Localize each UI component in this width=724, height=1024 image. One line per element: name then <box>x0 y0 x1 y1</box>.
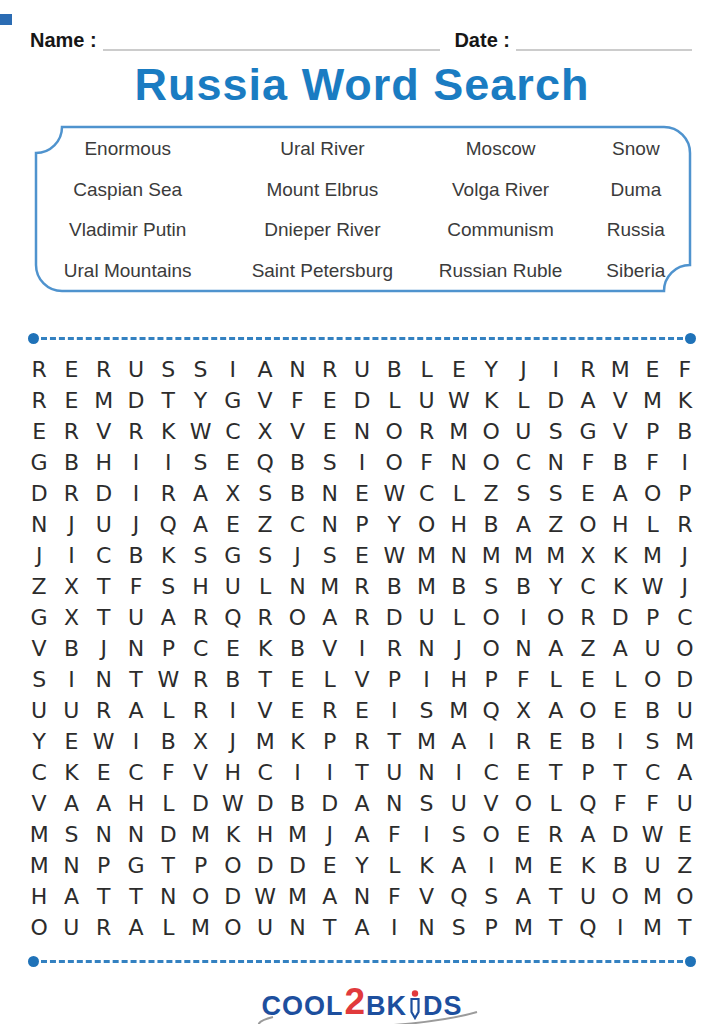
grid-cell[interactable]: I <box>410 664 442 695</box>
grid-cell[interactable]: R <box>346 602 378 633</box>
grid-cell[interactable]: A <box>314 602 346 633</box>
grid-cell[interactable]: Q <box>572 788 604 819</box>
grid-cell[interactable]: Q <box>249 447 281 478</box>
grid-cell[interactable]: V <box>604 385 636 416</box>
grid-cell[interactable]: I <box>346 447 378 478</box>
grid-cell[interactable]: C <box>669 602 701 633</box>
grid-cell[interactable]: K <box>249 633 281 664</box>
grid-cell[interactable]: L <box>540 788 572 819</box>
grid-cell[interactable]: F <box>378 819 410 850</box>
grid-cell[interactable]: R <box>23 385 55 416</box>
grid-cell[interactable]: B <box>636 695 668 726</box>
grid-cell[interactable]: R <box>346 726 378 757</box>
grid-cell[interactable]: B <box>604 447 636 478</box>
grid-cell[interactable]: K <box>669 385 701 416</box>
grid-cell[interactable]: S <box>152 354 184 385</box>
grid-cell[interactable]: Y <box>184 385 216 416</box>
grid-cell[interactable]: W <box>249 881 281 912</box>
grid-cell[interactable]: R <box>249 602 281 633</box>
grid-cell[interactable]: P <box>184 850 216 881</box>
grid-cell[interactable]: Q <box>217 602 249 633</box>
grid-cell[interactable]: J <box>120 509 152 540</box>
grid-cell[interactable]: J <box>443 633 475 664</box>
grid-cell[interactable]: P <box>475 664 507 695</box>
grid-cell[interactable]: O <box>217 912 249 943</box>
grid-cell[interactable]: S <box>540 478 572 509</box>
grid-cell[interactable]: T <box>120 881 152 912</box>
grid-cell[interactable]: F <box>572 447 604 478</box>
grid-cell[interactable]: A <box>184 478 216 509</box>
grid-cell[interactable]: F <box>378 881 410 912</box>
grid-cell[interactable]: D <box>249 788 281 819</box>
grid-cell[interactable]: U <box>346 354 378 385</box>
grid-cell[interactable]: U <box>55 695 87 726</box>
grid-cell[interactable]: I <box>604 912 636 943</box>
grid-cell[interactable]: H <box>120 788 152 819</box>
grid-cell[interactable]: Q <box>475 695 507 726</box>
grid-cell[interactable]: J <box>23 540 55 571</box>
grid-cell[interactable]: R <box>23 354 55 385</box>
grid-cell[interactable]: S <box>410 788 442 819</box>
grid-cell[interactable]: Q <box>443 881 475 912</box>
grid-cell[interactable]: Q <box>152 509 184 540</box>
grid-cell[interactable]: L <box>443 602 475 633</box>
grid-cell[interactable]: A <box>346 819 378 850</box>
grid-cell[interactable]: B <box>152 726 184 757</box>
grid-cell[interactable]: N <box>55 850 87 881</box>
grid-cell[interactable]: O <box>475 416 507 447</box>
grid-cell[interactable]: Q <box>572 912 604 943</box>
grid-cell[interactable]: S <box>410 695 442 726</box>
grid-cell[interactable]: D <box>281 850 313 881</box>
grid-cell[interactable]: H <box>604 509 636 540</box>
grid-cell[interactable]: Z <box>23 571 55 602</box>
grid-cell[interactable]: R <box>55 478 87 509</box>
grid-cell[interactable]: S <box>184 447 216 478</box>
grid-cell[interactable]: A <box>669 757 701 788</box>
grid-cell[interactable]: V <box>184 757 216 788</box>
grid-cell[interactable]: C <box>120 757 152 788</box>
grid-cell[interactable]: N <box>281 354 313 385</box>
grid-cell[interactable]: S <box>475 571 507 602</box>
grid-cell[interactable]: N <box>346 881 378 912</box>
grid-cell[interactable]: A <box>507 509 539 540</box>
grid-cell[interactable]: L <box>152 695 184 726</box>
grid-cell[interactable]: F <box>636 447 668 478</box>
grid-cell[interactable]: M <box>443 695 475 726</box>
grid-cell[interactable]: X <box>55 571 87 602</box>
grid-cell[interactable]: V <box>23 788 55 819</box>
grid-cell[interactable]: V <box>88 416 120 447</box>
grid-cell[interactable]: H <box>23 881 55 912</box>
grid-cell[interactable]: E <box>540 850 572 881</box>
grid-cell[interactable]: C <box>217 416 249 447</box>
grid-cell[interactable]: E <box>669 819 701 850</box>
grid-cell[interactable]: B <box>217 664 249 695</box>
grid-cell[interactable]: D <box>604 602 636 633</box>
grid-cell[interactable]: S <box>314 540 346 571</box>
grid-cell[interactable]: D <box>669 664 701 695</box>
grid-cell[interactable]: B <box>281 633 313 664</box>
grid-cell[interactable]: B <box>604 850 636 881</box>
grid-cell[interactable]: K <box>572 850 604 881</box>
grid-cell[interactable]: I <box>507 602 539 633</box>
grid-cell[interactable]: D <box>88 478 120 509</box>
grid-cell[interactable]: M <box>540 540 572 571</box>
grid-cell[interactable]: J <box>88 633 120 664</box>
grid-cell[interactable]: I <box>217 695 249 726</box>
grid-cell[interactable]: Z <box>572 633 604 664</box>
grid-cell[interactable]: R <box>184 695 216 726</box>
grid-cell[interactable]: O <box>281 602 313 633</box>
grid-cell[interactable]: M <box>410 571 442 602</box>
grid-cell[interactable]: A <box>88 788 120 819</box>
grid-cell[interactable]: E <box>507 819 539 850</box>
grid-cell[interactable]: E <box>55 385 87 416</box>
grid-cell[interactable]: S <box>23 664 55 695</box>
grid-cell[interactable]: U <box>378 757 410 788</box>
grid-cell[interactable]: E <box>314 416 346 447</box>
grid-cell[interactable]: N <box>23 509 55 540</box>
grid-cell[interactable]: F <box>410 447 442 478</box>
grid-cell[interactable]: K <box>281 726 313 757</box>
grid-cell[interactable]: I <box>217 354 249 385</box>
grid-cell[interactable]: R <box>378 633 410 664</box>
grid-cell[interactable]: O <box>669 633 701 664</box>
grid-cell[interactable]: C <box>184 633 216 664</box>
grid-cell[interactable]: O <box>475 602 507 633</box>
grid-cell[interactable]: G <box>23 447 55 478</box>
grid-cell[interactable]: R <box>184 664 216 695</box>
grid-cell[interactable]: M <box>23 819 55 850</box>
grid-cell[interactable]: P <box>152 633 184 664</box>
grid-cell[interactable]: A <box>604 478 636 509</box>
grid-cell[interactable]: K <box>152 540 184 571</box>
grid-cell[interactable]: U <box>249 912 281 943</box>
grid-cell[interactable]: R <box>184 602 216 633</box>
grid-cell[interactable]: D <box>184 788 216 819</box>
grid-cell[interactable]: P <box>669 478 701 509</box>
grid-cell[interactable]: I <box>346 633 378 664</box>
grid-cell[interactable]: J <box>507 354 539 385</box>
grid-cell[interactable]: O <box>636 478 668 509</box>
grid-cell[interactable]: B <box>507 571 539 602</box>
grid-cell[interactable]: F <box>507 664 539 695</box>
grid-cell[interactable]: I <box>281 757 313 788</box>
grid-cell[interactable]: L <box>507 385 539 416</box>
grid-cell[interactable]: E <box>88 757 120 788</box>
grid-cell[interactable]: N <box>314 509 346 540</box>
grid-cell[interactable]: E <box>55 354 87 385</box>
grid-cell[interactable]: W <box>217 788 249 819</box>
grid-cell[interactable]: R <box>410 416 442 447</box>
grid-cell[interactable]: M <box>636 912 668 943</box>
grid-cell[interactable]: A <box>443 726 475 757</box>
grid-cell[interactable]: K <box>217 819 249 850</box>
grid-cell[interactable]: T <box>152 385 184 416</box>
grid-cell[interactable]: S <box>636 726 668 757</box>
grid-cell[interactable]: X <box>572 540 604 571</box>
grid-cell[interactable]: U <box>443 788 475 819</box>
grid-cell[interactable]: C <box>636 757 668 788</box>
grid-cell[interactable]: D <box>217 881 249 912</box>
grid-cell[interactable]: X <box>55 602 87 633</box>
grid-cell[interactable]: E <box>23 416 55 447</box>
grid-cell[interactable]: Y <box>23 726 55 757</box>
grid-cell[interactable]: E <box>443 354 475 385</box>
grid-cell[interactable]: D <box>120 385 152 416</box>
grid-cell[interactable]: I <box>378 695 410 726</box>
grid-cell[interactable]: P <box>636 602 668 633</box>
puzzle-grid[interactable]: RERUSSIANRUBLEYJIRMEFREMDTYGVFEDLUWKLDAV… <box>23 354 701 943</box>
grid-cell[interactable]: M <box>604 354 636 385</box>
grid-cell[interactable]: M <box>281 881 313 912</box>
grid-cell[interactable]: T <box>88 881 120 912</box>
grid-cell[interactable]: L <box>152 788 184 819</box>
grid-cell[interactable]: D <box>378 602 410 633</box>
grid-cell[interactable]: S <box>184 540 216 571</box>
grid-cell[interactable]: R <box>55 416 87 447</box>
grid-cell[interactable]: S <box>443 819 475 850</box>
grid-cell[interactable]: O <box>184 881 216 912</box>
grid-cell[interactable]: B <box>572 726 604 757</box>
grid-cell[interactable]: I <box>152 447 184 478</box>
grid-cell[interactable]: I <box>540 354 572 385</box>
grid-cell[interactable]: I <box>475 850 507 881</box>
grid-cell[interactable]: N <box>152 881 184 912</box>
grid-cell[interactable]: E <box>217 447 249 478</box>
grid-cell[interactable]: H <box>88 447 120 478</box>
grid-cell[interactable]: U <box>410 602 442 633</box>
grid-cell[interactable]: Z <box>540 509 572 540</box>
grid-cell[interactable]: V <box>410 881 442 912</box>
grid-cell[interactable]: N <box>378 788 410 819</box>
grid-cell[interactable]: M <box>410 726 442 757</box>
grid-cell[interactable]: R <box>88 354 120 385</box>
grid-cell[interactable]: O <box>507 788 539 819</box>
grid-cell[interactable]: H <box>443 509 475 540</box>
grid-cell[interactable]: E <box>572 478 604 509</box>
grid-cell[interactable]: E <box>346 478 378 509</box>
grid-cell[interactable]: B <box>55 633 87 664</box>
grid-cell[interactable]: M <box>507 912 539 943</box>
grid-cell[interactable]: P <box>314 726 346 757</box>
grid-cell[interactable]: O <box>475 633 507 664</box>
grid-cell[interactable]: N <box>314 478 346 509</box>
grid-cell[interactable]: M <box>669 726 701 757</box>
grid-cell[interactable]: E <box>572 664 604 695</box>
grid-cell[interactable]: T <box>120 664 152 695</box>
grid-cell[interactable]: T <box>604 757 636 788</box>
grid-cell[interactable]: W <box>152 664 184 695</box>
grid-cell[interactable]: N <box>88 664 120 695</box>
grid-cell[interactable]: D <box>604 819 636 850</box>
grid-cell[interactable]: A <box>55 881 87 912</box>
grid-cell[interactable]: F <box>152 757 184 788</box>
grid-cell[interactable]: O <box>604 881 636 912</box>
grid-cell[interactable]: F <box>120 571 152 602</box>
grid-cell[interactable]: H <box>443 664 475 695</box>
grid-cell[interactable]: N <box>443 540 475 571</box>
grid-cell[interactable]: E <box>314 850 346 881</box>
grid-cell[interactable]: T <box>540 881 572 912</box>
grid-cell[interactable]: S <box>249 478 281 509</box>
grid-cell[interactable]: U <box>217 571 249 602</box>
grid-cell[interactable]: D <box>346 385 378 416</box>
grid-cell[interactable]: I <box>443 757 475 788</box>
grid-cell[interactable]: V <box>346 664 378 695</box>
grid-cell[interactable]: D <box>23 478 55 509</box>
grid-cell[interactable]: J <box>669 571 701 602</box>
grid-cell[interactable]: Y <box>540 571 572 602</box>
grid-cell[interactable]: W <box>636 819 668 850</box>
grid-cell[interactable]: M <box>184 912 216 943</box>
grid-cell[interactable]: U <box>669 695 701 726</box>
grid-cell[interactable]: S <box>475 881 507 912</box>
grid-cell[interactable]: A <box>507 881 539 912</box>
grid-cell[interactable]: E <box>507 757 539 788</box>
grid-cell[interactable]: Z <box>249 509 281 540</box>
grid-cell[interactable]: T <box>540 757 572 788</box>
grid-cell[interactable]: E <box>281 664 313 695</box>
grid-cell[interactable]: G <box>23 602 55 633</box>
grid-cell[interactable]: A <box>184 509 216 540</box>
grid-cell[interactable]: N <box>88 819 120 850</box>
grid-cell[interactable]: M <box>88 385 120 416</box>
grid-cell[interactable]: K <box>604 571 636 602</box>
grid-cell[interactable]: N <box>540 447 572 478</box>
grid-cell[interactable]: O <box>669 881 701 912</box>
grid-cell[interactable]: K <box>152 416 184 447</box>
grid-cell[interactable]: D <box>152 819 184 850</box>
grid-cell[interactable]: U <box>88 509 120 540</box>
grid-cell[interactable]: E <box>346 540 378 571</box>
grid-cell[interactable]: N <box>281 571 313 602</box>
grid-cell[interactable]: W <box>636 571 668 602</box>
grid-cell[interactable]: B <box>475 509 507 540</box>
grid-cell[interactable]: R <box>314 695 346 726</box>
grid-cell[interactable]: C <box>410 478 442 509</box>
grid-cell[interactable]: R <box>152 478 184 509</box>
grid-cell[interactable]: E <box>604 695 636 726</box>
grid-cell[interactable]: T <box>88 602 120 633</box>
grid-cell[interactable]: I <box>604 726 636 757</box>
grid-cell[interactable]: M <box>410 540 442 571</box>
grid-cell[interactable]: R <box>314 354 346 385</box>
grid-cell[interactable]: H <box>184 571 216 602</box>
grid-cell[interactable]: B <box>281 447 313 478</box>
grid-cell[interactable]: U <box>410 385 442 416</box>
grid-cell[interactable]: A <box>314 881 346 912</box>
grid-cell[interactable]: B <box>281 788 313 819</box>
grid-cell[interactable]: L <box>314 664 346 695</box>
grid-cell[interactable]: N <box>410 757 442 788</box>
grid-cell[interactable]: U <box>669 788 701 819</box>
grid-cell[interactable]: L <box>378 385 410 416</box>
grid-cell[interactable]: G <box>120 850 152 881</box>
grid-cell[interactable]: U <box>636 850 668 881</box>
grid-cell[interactable]: U <box>120 602 152 633</box>
grid-cell[interactable]: J <box>217 726 249 757</box>
grid-cell[interactable]: K <box>475 385 507 416</box>
grid-cell[interactable]: A <box>346 788 378 819</box>
grid-cell[interactable]: E <box>217 633 249 664</box>
grid-cell[interactable]: V <box>281 416 313 447</box>
grid-cell[interactable]: K <box>604 540 636 571</box>
grid-cell[interactable]: M <box>281 819 313 850</box>
grid-cell[interactable]: O <box>572 695 604 726</box>
grid-cell[interactable]: L <box>249 571 281 602</box>
grid-cell[interactable]: U <box>572 881 604 912</box>
grid-cell[interactable]: S <box>55 819 87 850</box>
grid-cell[interactable]: A <box>152 602 184 633</box>
grid-cell[interactable]: L <box>378 850 410 881</box>
grid-cell[interactable]: A <box>604 633 636 664</box>
grid-cell[interactable]: K <box>410 850 442 881</box>
grid-cell[interactable]: V <box>249 385 281 416</box>
grid-cell[interactable]: N <box>281 912 313 943</box>
grid-cell[interactable]: R <box>88 695 120 726</box>
grid-cell[interactable]: M <box>507 850 539 881</box>
grid-cell[interactable]: O <box>378 447 410 478</box>
grid-cell[interactable]: M <box>636 385 668 416</box>
grid-cell[interactable]: I <box>314 757 346 788</box>
grid-cell[interactable]: B <box>281 478 313 509</box>
grid-cell[interactable]: Y <box>346 850 378 881</box>
grid-cell[interactable]: T <box>249 664 281 695</box>
grid-cell[interactable]: E <box>281 695 313 726</box>
grid-cell[interactable]: M <box>507 540 539 571</box>
grid-cell[interactable]: A <box>540 633 572 664</box>
grid-cell[interactable]: I <box>410 819 442 850</box>
grid-cell[interactable]: E <box>314 385 346 416</box>
grid-cell[interactable]: S <box>443 912 475 943</box>
grid-cell[interactable]: C <box>23 757 55 788</box>
grid-cell[interactable]: X <box>507 695 539 726</box>
grid-cell[interactable]: D <box>249 850 281 881</box>
grid-cell[interactable]: W <box>88 726 120 757</box>
grid-cell[interactable]: B <box>669 416 701 447</box>
grid-cell[interactable]: A <box>443 850 475 881</box>
grid-cell[interactable]: W <box>378 540 410 571</box>
grid-cell[interactable]: M <box>443 416 475 447</box>
date-input-line[interactable] <box>516 31 692 51</box>
grid-cell[interactable]: A <box>540 695 572 726</box>
grid-cell[interactable]: R <box>88 912 120 943</box>
grid-cell[interactable]: P <box>636 416 668 447</box>
grid-cell[interactable]: E <box>346 695 378 726</box>
grid-cell[interactable]: N <box>410 912 442 943</box>
grid-cell[interactable]: W <box>443 385 475 416</box>
grid-cell[interactable]: B <box>378 571 410 602</box>
grid-cell[interactable]: Y <box>378 509 410 540</box>
grid-cell[interactable]: N <box>120 633 152 664</box>
grid-cell[interactable]: I <box>475 726 507 757</box>
grid-cell[interactable]: Z <box>475 478 507 509</box>
grid-cell[interactable]: I <box>669 447 701 478</box>
grid-cell[interactable]: R <box>572 354 604 385</box>
grid-cell[interactable]: O <box>636 664 668 695</box>
grid-cell[interactable]: O <box>410 509 442 540</box>
grid-cell[interactable]: F <box>281 385 313 416</box>
grid-cell[interactable]: A <box>572 385 604 416</box>
grid-cell[interactable]: S <box>152 571 184 602</box>
grid-cell[interactable]: E <box>217 509 249 540</box>
grid-cell[interactable]: A <box>55 788 87 819</box>
grid-cell[interactable]: E <box>636 354 668 385</box>
grid-cell[interactable]: F <box>669 354 701 385</box>
grid-cell[interactable]: P <box>572 757 604 788</box>
